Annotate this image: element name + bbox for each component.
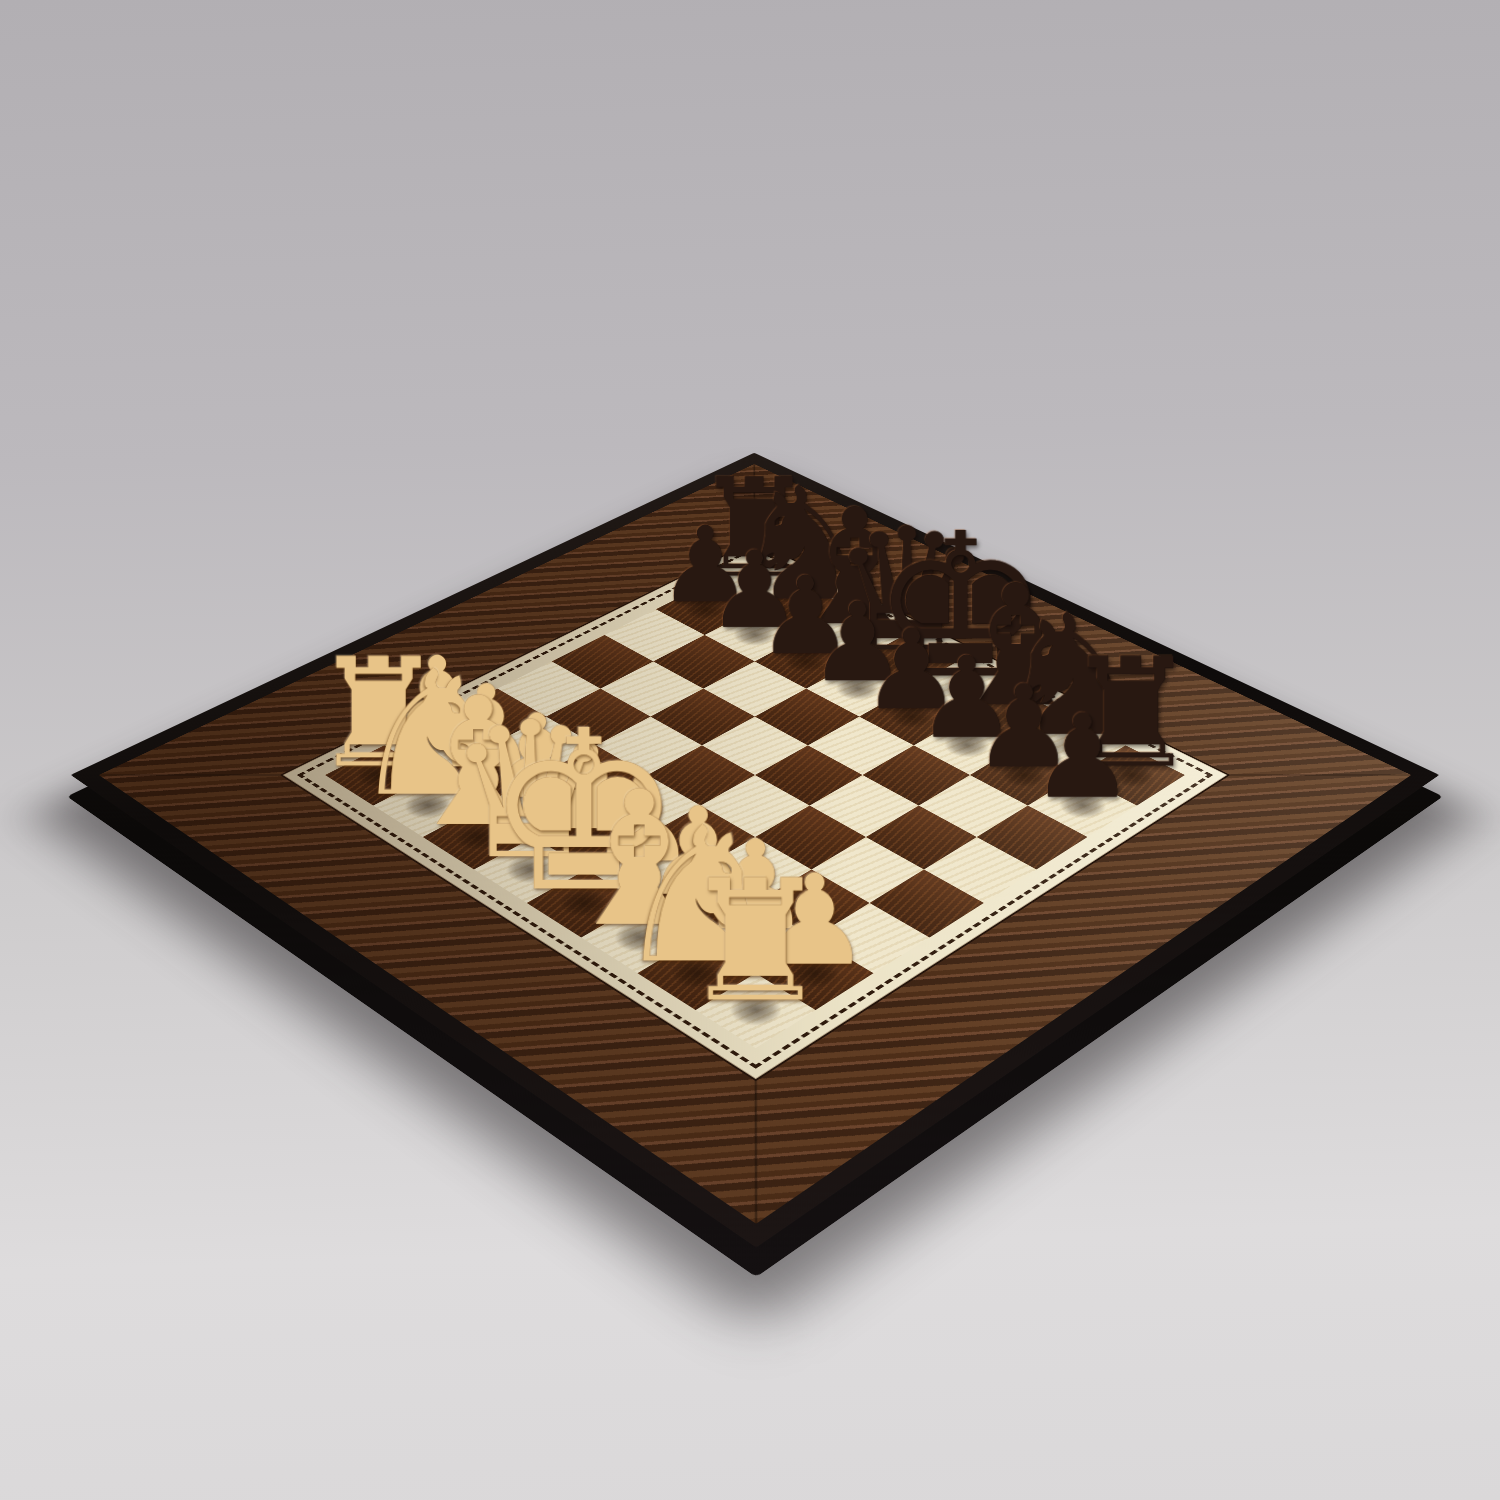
piece-black-pawn-h7: ♟ <box>1028 775 1137 837</box>
white-rook-icon: ♜ <box>610 842 900 1009</box>
scene: ♜♞♝♛♚♝♞♜♟♟♟♟♟♟♟♟♟♟♟♟♟♟♟♟♜♞♝♛♚♝♞♜ <box>0 0 1500 1500</box>
photo-backdrop: ♜♞♝♛♚♝♞♜♟♟♟♟♟♟♟♟♟♟♟♟♟♟♟♟♜♞♝♛♚♝♞♜ <box>0 0 1500 1500</box>
piece-white-rook-h1: ♜ <box>696 973 816 1048</box>
chess-board: ♜♞♝♛♚♝♞♜♟♟♟♟♟♟♟♟♟♟♟♟♟♟♟♟♜♞♝♛♚♝♞♜ <box>71 453 1440 1248</box>
black-pawn-icon: ♟ <box>950 689 1214 805</box>
